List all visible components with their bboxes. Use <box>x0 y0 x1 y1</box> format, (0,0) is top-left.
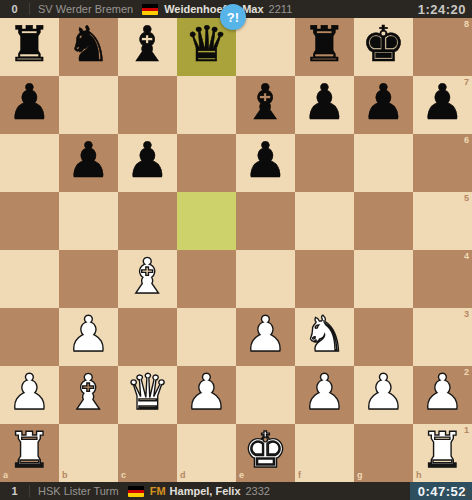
top-player-name[interactable]: Weidenhoefer, Max <box>164 3 263 15</box>
square-f6[interactable] <box>295 134 354 192</box>
move-annotation-badge: ?! <box>220 4 246 30</box>
square-e2[interactable] <box>236 366 295 424</box>
square-f3[interactable]: ♞ <box>295 308 354 366</box>
black-bishop-c8[interactable]: ♝ <box>126 16 170 74</box>
white-pawn-h2[interactable]: ♟ <box>421 364 465 422</box>
black-pawn-g7[interactable]: ♟ <box>362 74 406 132</box>
germany-flag-icon <box>142 4 158 15</box>
square-c7[interactable] <box>118 76 177 134</box>
bottom-player-team: HSK Lister Turm <box>38 485 119 497</box>
square-b3[interactable]: ♟ <box>59 308 118 366</box>
germany-flag-icon <box>128 486 144 497</box>
black-pawn-c6[interactable]: ♟ <box>126 132 170 190</box>
white-knight-f3[interactable]: ♞ <box>303 306 347 364</box>
square-b7[interactable] <box>59 76 118 134</box>
square-h5[interactable] <box>413 192 472 250</box>
square-b2[interactable]: ♝ <box>59 366 118 424</box>
white-bishop-c4[interactable]: ♝ <box>126 248 170 306</box>
square-h4[interactable] <box>413 250 472 308</box>
square-b8[interactable]: ♞ <box>59 18 118 76</box>
square-g4[interactable] <box>354 250 413 308</box>
square-d5[interactable] <box>177 192 236 250</box>
square-b4[interactable] <box>59 250 118 308</box>
bottom-player-name[interactable]: Hampel, Felix <box>170 485 241 497</box>
black-knight-b8[interactable]: ♞ <box>67 16 111 74</box>
square-f5[interactable] <box>295 192 354 250</box>
square-d6[interactable] <box>177 134 236 192</box>
top-player-rating: 2211 <box>269 3 293 15</box>
black-rook-f8[interactable]: ♜ <box>303 16 347 74</box>
square-d4[interactable] <box>177 250 236 308</box>
square-e5[interactable] <box>236 192 295 250</box>
square-h7[interactable]: ♟ <box>413 76 472 134</box>
square-a6[interactable] <box>0 134 59 192</box>
square-e6[interactable]: ♟ <box>236 134 295 192</box>
square-e8[interactable] <box>236 18 295 76</box>
top-player-score: 0 <box>0 3 30 15</box>
white-queen-c2[interactable]: ♛ <box>126 364 170 422</box>
square-c3[interactable] <box>118 308 177 366</box>
square-c8[interactable]: ♝ <box>118 18 177 76</box>
broadcast-game-view: 0 SV Werder Bremen Weidenhoefer, Max 221… <box>0 0 472 500</box>
white-pawn-g2[interactable]: ♟ <box>362 364 406 422</box>
square-f7[interactable]: ♟ <box>295 76 354 134</box>
square-a2[interactable]: ♟ <box>0 366 59 424</box>
square-d2[interactable]: ♟ <box>177 366 236 424</box>
black-pawn-a7[interactable]: ♟ <box>8 74 52 132</box>
square-e1[interactable]: ♚ <box>236 424 295 482</box>
square-f1[interactable] <box>295 424 354 482</box>
bottom-player-bar: 1 HSK Lister Turm FM Hampel, Felix 2332 … <box>0 482 472 500</box>
square-g5[interactable] <box>354 192 413 250</box>
square-h6[interactable] <box>413 134 472 192</box>
square-h8[interactable] <box>413 18 472 76</box>
square-c6[interactable]: ♟ <box>118 134 177 192</box>
square-c2[interactable]: ♛ <box>118 366 177 424</box>
square-f8[interactable]: ♜ <box>295 18 354 76</box>
square-a8[interactable]: ♜ <box>0 18 59 76</box>
square-f2[interactable]: ♟ <box>295 366 354 424</box>
black-rook-a8[interactable]: ♜ <box>8 16 52 74</box>
bottom-player-title: FM <box>150 485 166 497</box>
white-pawn-a2[interactable]: ♟ <box>8 364 52 422</box>
black-bishop-e7[interactable]: ♝ <box>244 74 288 132</box>
square-a3[interactable] <box>0 308 59 366</box>
chess-board[interactable]: ♜♞♝♛♜♚♟♝♟♟♟♟♟♟♝♟♟♞♟♝♛♟♟♟♟♜♚♜abcdefgh8765… <box>0 18 472 482</box>
white-pawn-b3[interactable]: ♟ <box>67 306 111 364</box>
bottom-player-score: 1 <box>0 485 30 497</box>
top-player-team: SV Werder Bremen <box>38 3 133 15</box>
square-h3[interactable] <box>413 308 472 366</box>
square-c1[interactable] <box>118 424 177 482</box>
white-bishop-b2[interactable]: ♝ <box>67 364 111 422</box>
square-g8[interactable]: ♚ <box>354 18 413 76</box>
square-a5[interactable] <box>0 192 59 250</box>
square-b1[interactable] <box>59 424 118 482</box>
white-pawn-e3[interactable]: ♟ <box>244 306 288 364</box>
square-c5[interactable] <box>118 192 177 250</box>
square-e7[interactable]: ♝ <box>236 76 295 134</box>
square-a1[interactable]: ♜ <box>0 424 59 482</box>
white-king-e1[interactable]: ♚ <box>244 422 288 480</box>
square-g3[interactable] <box>354 308 413 366</box>
square-a7[interactable]: ♟ <box>0 76 59 134</box>
black-king-g8[interactable]: ♚ <box>362 16 406 74</box>
square-h2[interactable]: ♟ <box>413 366 472 424</box>
square-g1[interactable] <box>354 424 413 482</box>
square-e3[interactable]: ♟ <box>236 308 295 366</box>
square-d1[interactable] <box>177 424 236 482</box>
resize-handle-icon[interactable] <box>461 489 471 499</box>
square-g7[interactable]: ♟ <box>354 76 413 134</box>
black-pawn-b6[interactable]: ♟ <box>67 132 111 190</box>
square-g6[interactable] <box>354 134 413 192</box>
square-b6[interactable]: ♟ <box>59 134 118 192</box>
white-rook-a1[interactable]: ♜ <box>8 422 52 480</box>
square-h1[interactable]: ♜ <box>413 424 472 482</box>
square-a4[interactable] <box>0 250 59 308</box>
white-pawn-d2[interactable]: ♟ <box>185 364 229 422</box>
bottom-player-rating: 2332 <box>246 485 270 497</box>
black-pawn-e6[interactable]: ♟ <box>244 132 288 190</box>
square-e4[interactable] <box>236 250 295 308</box>
black-pawn-h7[interactable]: ♟ <box>421 74 465 132</box>
white-rook-h1[interactable]: ♜ <box>421 422 465 480</box>
white-pawn-f2[interactable]: ♟ <box>303 364 347 422</box>
square-d7[interactable] <box>177 76 236 134</box>
square-b5[interactable] <box>59 192 118 250</box>
square-g2[interactable]: ♟ <box>354 366 413 424</box>
square-d3[interactable] <box>177 308 236 366</box>
square-c4[interactable]: ♝ <box>118 250 177 308</box>
square-f4[interactable] <box>295 250 354 308</box>
black-pawn-f7[interactable]: ♟ <box>303 74 347 132</box>
top-player-clock: 1:24:20 <box>410 0 472 18</box>
